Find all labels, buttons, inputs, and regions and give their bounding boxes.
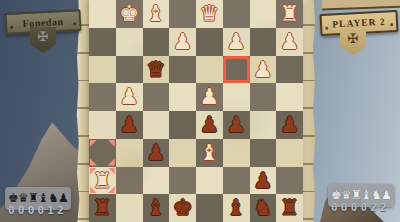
square-d6[interactable]: [169, 56, 196, 84]
black-pawn: ♟: [116, 111, 143, 138]
selection-corner-marker: [90, 140, 97, 147]
game-screen: ♚♝♛♜♟♟♟♛♟♟♟♟♟♟♟♟♝♜♟♜♝♚♝♞♜ Fonedan ✠ PLAY…: [0, 0, 400, 222]
black-pawn: ♟: [250, 167, 277, 194]
black-pawn: ♟: [276, 111, 303, 138]
black-bishop: ♝: [143, 194, 170, 221]
square-e8[interactable]: ♛: [196, 0, 223, 28]
square-e1[interactable]: [196, 194, 223, 222]
white-rook: ♜: [276, 0, 303, 27]
square-g6[interactable]: ♟: [250, 56, 277, 84]
square-h4[interactable]: ♟: [276, 111, 303, 139]
square-g1[interactable]: ♞: [250, 194, 277, 222]
square-a5[interactable]: [89, 83, 116, 111]
square-a3[interactable]: [89, 139, 116, 167]
square-f3[interactable]: [223, 139, 250, 167]
square-f7[interactable]: ♟: [223, 28, 250, 56]
black-queen: ♛: [143, 56, 170, 83]
square-e2[interactable]: [196, 167, 223, 195]
square-e5[interactable]: ♟: [196, 83, 223, 111]
cross-pattee-icon: ✠: [348, 29, 359, 49]
black-rook: ♜: [89, 194, 116, 221]
white-pawn: ♟: [196, 83, 223, 110]
black-knight: ♞: [250, 194, 277, 221]
white-pawn: ♟: [250, 56, 277, 83]
captured-count-left: 000012: [8, 204, 78, 217]
selection-corner-marker: [90, 159, 97, 166]
board-edge-right: [302, 0, 316, 222]
square-a7[interactable]: [89, 28, 116, 56]
white-pawn: ♟: [276, 28, 303, 55]
selection-corner-marker: [108, 159, 115, 166]
square-a8[interactable]: [89, 0, 116, 28]
square-f5[interactable]: [223, 83, 250, 111]
square-a1[interactable]: ♜: [89, 194, 116, 222]
square-c4[interactable]: [143, 111, 170, 139]
square-c5[interactable]: [143, 83, 170, 111]
white-bishop: ♝: [196, 139, 223, 166]
square-g8[interactable]: [250, 0, 277, 28]
player-left-pennant: ✠: [30, 27, 56, 53]
board-grid: ♚♝♛♜♟♟♟♛♟♟♟♟♟♟♟♟♝♜♟♜♝♚♝♞♜: [89, 0, 303, 222]
square-a6[interactable]: [89, 56, 116, 84]
white-pawn: ♟: [116, 83, 143, 110]
white-king: ♚: [116, 0, 143, 27]
square-h3[interactable]: [276, 139, 303, 167]
cross-pattee-icon: ✠: [38, 27, 49, 47]
square-b7[interactable]: [116, 28, 143, 56]
square-d7[interactable]: ♟: [169, 28, 196, 56]
square-f4[interactable]: ♟: [223, 111, 250, 139]
square-f2[interactable]: [223, 167, 250, 195]
black-rook: ♜: [276, 194, 303, 221]
square-d2[interactable]: [169, 167, 196, 195]
black-bishop: ♝: [223, 194, 250, 221]
square-d4[interactable]: [169, 111, 196, 139]
square-h6[interactable]: [276, 56, 303, 84]
square-d1[interactable]: ♚: [169, 194, 196, 222]
square-b2[interactable]: [116, 167, 143, 195]
black-king: ♚: [169, 194, 196, 221]
square-b6[interactable]: [116, 56, 143, 84]
square-e6[interactable]: [196, 56, 223, 84]
banner-rail: [322, 0, 400, 10]
square-b8[interactable]: ♚: [116, 0, 143, 28]
square-c6[interactable]: ♛: [143, 56, 170, 84]
square-g3[interactable]: [250, 139, 277, 167]
square-c1[interactable]: ♝: [143, 194, 170, 222]
square-d5[interactable]: [169, 83, 196, 111]
square-e7[interactable]: [196, 28, 223, 56]
captured-count-right: 000022: [331, 201, 400, 214]
square-b1[interactable]: [116, 194, 143, 222]
edge-notches: [302, 0, 316, 222]
square-g4[interactable]: [250, 111, 277, 139]
square-g2[interactable]: ♟: [250, 167, 277, 195]
square-g7[interactable]: [250, 28, 277, 56]
square-g5[interactable]: [250, 83, 277, 111]
square-f6[interactable]: [223, 56, 250, 84]
black-pawn: ♟: [196, 111, 223, 138]
square-c3[interactable]: ♟: [143, 139, 170, 167]
selection-corner-marker: [108, 140, 115, 147]
white-pawn: ♟: [169, 28, 196, 55]
black-pawn: ♟: [143, 139, 170, 166]
square-e3[interactable]: ♝: [196, 139, 223, 167]
square-f1[interactable]: ♝: [223, 194, 250, 222]
square-f8[interactable]: [223, 0, 250, 28]
square-e4[interactable]: ♟: [196, 111, 223, 139]
white-queen: ♛: [196, 0, 223, 27]
player-right-pennant: ✠: [340, 29, 366, 55]
square-h8[interactable]: ♜: [276, 0, 303, 28]
square-h7[interactable]: ♟: [276, 28, 303, 56]
square-h2[interactable]: [276, 167, 303, 195]
square-d8[interactable]: [169, 0, 196, 28]
square-d3[interactable]: [169, 139, 196, 167]
square-a4[interactable]: [89, 111, 116, 139]
square-b5[interactable]: ♟: [116, 83, 143, 111]
player-right-name: PLAYER 2: [332, 17, 386, 30]
player-left-name: Fonedan: [22, 15, 63, 28]
black-pawn: ♟: [223, 111, 250, 138]
square-b4[interactable]: ♟: [116, 111, 143, 139]
square-h5[interactable]: [276, 83, 303, 111]
square-a2[interactable]: ♜: [89, 167, 116, 195]
white-bishop: ♝: [143, 0, 170, 27]
square-h1[interactable]: ♜: [276, 194, 303, 222]
white-pawn: ♟: [223, 28, 250, 55]
square-b3[interactable]: [116, 139, 143, 167]
square-c7[interactable]: [143, 28, 170, 56]
square-c2[interactable]: [143, 167, 170, 195]
square-c8[interactable]: ♝: [143, 0, 170, 28]
